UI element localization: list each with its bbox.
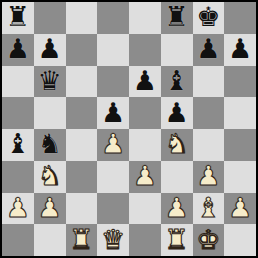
white-pawn-f2: ♟ bbox=[165, 194, 189, 221]
square-d5[interactable]: ♟ bbox=[97, 97, 129, 129]
white-rook-f1: ♜ bbox=[165, 226, 189, 253]
square-f7[interactable] bbox=[161, 34, 193, 66]
square-d3[interactable] bbox=[97, 161, 129, 193]
square-c8[interactable] bbox=[66, 2, 98, 34]
white-queen-d1: ♛ bbox=[101, 226, 125, 253]
black-knight-b4: ♞ bbox=[38, 130, 62, 157]
square-f5[interactable]: ♟ bbox=[161, 97, 193, 129]
square-b8[interactable] bbox=[34, 2, 66, 34]
square-b2[interactable]: ♟ bbox=[34, 193, 66, 225]
black-pawn-e6: ♟ bbox=[133, 67, 157, 94]
square-a3[interactable] bbox=[2, 161, 34, 193]
square-h2[interactable]: ♟ bbox=[224, 193, 256, 225]
square-c5[interactable] bbox=[66, 97, 98, 129]
square-b1[interactable] bbox=[34, 224, 66, 256]
square-d8[interactable] bbox=[97, 2, 129, 34]
white-pawn-b2: ♟ bbox=[38, 194, 62, 221]
square-d7[interactable] bbox=[97, 34, 129, 66]
square-e7[interactable] bbox=[129, 34, 161, 66]
square-a6[interactable] bbox=[2, 66, 34, 98]
square-g4[interactable] bbox=[193, 129, 225, 161]
square-d6[interactable] bbox=[97, 66, 129, 98]
black-rook-f8: ♜ bbox=[165, 3, 189, 30]
square-g1[interactable]: ♚ bbox=[193, 224, 225, 256]
chess-board: ♜♜♚♟♟♟♟♛♟♝♟♟♝♞♟♞♞♟♟♟♟♟♝♟♜♛♜♚ bbox=[2, 2, 256, 256]
square-a5[interactable] bbox=[2, 97, 34, 129]
black-pawn-d5: ♟ bbox=[101, 99, 125, 126]
square-a2[interactable]: ♟ bbox=[2, 193, 34, 225]
square-c4[interactable] bbox=[66, 129, 98, 161]
square-d2[interactable] bbox=[97, 193, 129, 225]
square-h6[interactable] bbox=[224, 66, 256, 98]
square-h8[interactable] bbox=[224, 2, 256, 34]
square-g2[interactable]: ♝ bbox=[193, 193, 225, 225]
square-e2[interactable] bbox=[129, 193, 161, 225]
square-f4[interactable]: ♞ bbox=[161, 129, 193, 161]
square-d4[interactable]: ♟ bbox=[97, 129, 129, 161]
square-f2[interactable]: ♟ bbox=[161, 193, 193, 225]
square-a7[interactable]: ♟ bbox=[2, 34, 34, 66]
square-d1[interactable]: ♛ bbox=[97, 224, 129, 256]
white-pawn-e3: ♟ bbox=[133, 162, 157, 189]
white-knight-f4: ♞ bbox=[165, 130, 189, 157]
square-g3[interactable]: ♟ bbox=[193, 161, 225, 193]
white-pawn-d4: ♟ bbox=[101, 130, 125, 157]
square-g6[interactable] bbox=[193, 66, 225, 98]
square-a1[interactable] bbox=[2, 224, 34, 256]
square-b5[interactable] bbox=[34, 97, 66, 129]
square-c7[interactable] bbox=[66, 34, 98, 66]
square-e1[interactable] bbox=[129, 224, 161, 256]
black-pawn-a7: ♟ bbox=[6, 35, 30, 62]
black-bishop-f6: ♝ bbox=[165, 67, 189, 94]
black-queen-b6: ♛ bbox=[38, 67, 62, 94]
square-f6[interactable]: ♝ bbox=[161, 66, 193, 98]
black-rook-a8: ♜ bbox=[6, 3, 30, 30]
square-b4[interactable]: ♞ bbox=[34, 129, 66, 161]
square-f3[interactable] bbox=[161, 161, 193, 193]
square-c1[interactable]: ♜ bbox=[66, 224, 98, 256]
square-e3[interactable]: ♟ bbox=[129, 161, 161, 193]
black-pawn-h7: ♟ bbox=[228, 35, 252, 62]
black-pawn-f5: ♟ bbox=[165, 99, 189, 126]
black-king-g8: ♚ bbox=[196, 3, 220, 30]
square-g8[interactable]: ♚ bbox=[193, 2, 225, 34]
square-g7[interactable]: ♟ bbox=[193, 34, 225, 66]
black-pawn-b7: ♟ bbox=[38, 35, 62, 62]
square-h4[interactable] bbox=[224, 129, 256, 161]
square-a8[interactable]: ♜ bbox=[2, 2, 34, 34]
white-pawn-g3: ♟ bbox=[196, 162, 220, 189]
black-pawn-g7: ♟ bbox=[196, 35, 220, 62]
square-e8[interactable] bbox=[129, 2, 161, 34]
square-c3[interactable] bbox=[66, 161, 98, 193]
square-c6[interactable] bbox=[66, 66, 98, 98]
square-e6[interactable]: ♟ bbox=[129, 66, 161, 98]
square-g5[interactable] bbox=[193, 97, 225, 129]
square-h3[interactable] bbox=[224, 161, 256, 193]
square-b7[interactable]: ♟ bbox=[34, 34, 66, 66]
square-f8[interactable]: ♜ bbox=[161, 2, 193, 34]
white-pawn-a2: ♟ bbox=[6, 194, 30, 221]
white-knight-b3: ♞ bbox=[38, 162, 62, 189]
square-h1[interactable] bbox=[224, 224, 256, 256]
black-bishop-a4: ♝ bbox=[6, 130, 30, 157]
chess-board-frame: ♜♜♚♟♟♟♟♛♟♝♟♟♝♞♟♞♞♟♟♟♟♟♝♟♜♛♜♚ bbox=[0, 0, 258, 258]
square-e4[interactable] bbox=[129, 129, 161, 161]
white-rook-c1: ♜ bbox=[69, 226, 93, 253]
square-h7[interactable]: ♟ bbox=[224, 34, 256, 66]
square-h5[interactable] bbox=[224, 97, 256, 129]
square-a4[interactable]: ♝ bbox=[2, 129, 34, 161]
square-c2[interactable] bbox=[66, 193, 98, 225]
square-f1[interactable]: ♜ bbox=[161, 224, 193, 256]
square-e5[interactable] bbox=[129, 97, 161, 129]
white-pawn-h2: ♟ bbox=[228, 194, 252, 221]
white-king-g1: ♚ bbox=[196, 226, 220, 253]
white-bishop-g2: ♝ bbox=[196, 194, 220, 221]
square-b6[interactable]: ♛ bbox=[34, 66, 66, 98]
square-b3[interactable]: ♞ bbox=[34, 161, 66, 193]
